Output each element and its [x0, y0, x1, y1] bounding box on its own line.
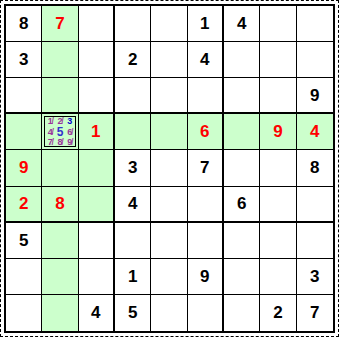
entered-digit: 8 [55, 195, 64, 212]
cell-r6c5[interactable] [151, 187, 187, 223]
cell-r8c1[interactable] [6, 259, 42, 295]
cell-r2c7[interactable] [224, 42, 260, 78]
cell-r9c2[interactable] [42, 295, 78, 331]
cell-r3c6[interactable] [188, 78, 224, 114]
cell-r7c6[interactable] [188, 223, 224, 259]
cell-r4c2[interactable]: 1̸2̸34̸56̸7̸8̸9̸ [42, 114, 78, 150]
cell-r7c4[interactable] [115, 223, 151, 259]
entered-digit: 9 [273, 123, 282, 140]
cell-r3c9[interactable]: 9 [297, 78, 333, 114]
candidate-9-eliminated[interactable]: 9̸ [67, 138, 72, 147]
cell-r7c8[interactable] [260, 223, 296, 259]
cell-r7c5[interactable] [151, 223, 187, 259]
cell-r5c2[interactable] [42, 150, 78, 186]
entered-digit: 1 [91, 123, 100, 140]
cell-r9c4[interactable]: 5 [115, 295, 151, 331]
given-digit: 4 [91, 304, 100, 321]
given-digit: 8 [310, 159, 319, 176]
cell-r9c9[interactable]: 7 [297, 295, 333, 331]
candidate-7-eliminated[interactable]: 7̸ [48, 138, 53, 147]
given-digit: 5 [19, 232, 28, 249]
candidate-8-eliminated[interactable]: 8̸ [57, 138, 62, 147]
cell-r1c2[interactable]: 7 [42, 6, 78, 42]
cell-r8c7[interactable] [224, 259, 260, 295]
given-digit: 4 [200, 51, 209, 68]
cell-r1c5[interactable] [151, 6, 187, 42]
cell-r4c4[interactable] [115, 114, 151, 150]
cell-r7c7[interactable] [224, 223, 260, 259]
given-digit: 1 [200, 15, 209, 32]
cell-r8c6[interactable]: 9 [188, 259, 224, 295]
cell-r6c8[interactable] [260, 187, 296, 223]
given-digit: 9 [310, 87, 319, 104]
given-digit: 5 [128, 304, 137, 321]
cell-r1c8[interactable] [260, 6, 296, 42]
cell-r4c5[interactable] [151, 114, 187, 150]
cell-r7c9[interactable] [297, 223, 333, 259]
given-digit: 6 [237, 195, 246, 212]
given-digit: 4 [237, 15, 246, 32]
cell-r3c3[interactable] [79, 78, 115, 114]
cell-r9c8[interactable]: 2 [260, 295, 296, 331]
given-digit: 3 [128, 159, 137, 176]
given-digit: 2 [128, 51, 137, 68]
candidate-3[interactable]: 3 [67, 117, 72, 126]
cell-r9c3[interactable]: 4 [79, 295, 115, 331]
given-digit: 7 [310, 304, 319, 321]
entered-digit: 6 [200, 123, 209, 140]
given-digit: 3 [19, 51, 28, 68]
candidate-6-eliminated[interactable]: 6̸ [67, 128, 72, 137]
cell-r3c1[interactable] [6, 78, 42, 114]
entered-digit: 9 [19, 159, 28, 176]
given-digit: 7 [200, 159, 209, 176]
cell-r1c3[interactable] [79, 6, 115, 42]
cell-r4c9[interactable]: 4 [297, 114, 333, 150]
cell-r8c4[interactable]: 1 [115, 259, 151, 295]
cell-r4c3[interactable]: 1 [79, 114, 115, 150]
cell-r2c2[interactable] [42, 42, 78, 78]
cell-r8c5[interactable] [151, 259, 187, 295]
cell-r4c7[interactable] [224, 114, 260, 150]
cell-r4c8[interactable]: 9 [260, 114, 296, 150]
cell-r2c4[interactable]: 2 [115, 42, 151, 78]
entered-digit: 2 [19, 195, 28, 212]
cell-r7c1[interactable]: 5 [6, 223, 42, 259]
cell-r1c9[interactable] [297, 6, 333, 42]
cell-r3c5[interactable] [151, 78, 187, 114]
cell-r3c8[interactable] [260, 78, 296, 114]
cell-r7c2[interactable] [42, 223, 78, 259]
cell-r6c3[interactable] [79, 187, 115, 223]
given-digit: 9 [200, 268, 209, 285]
sudoku-board: 871432491̸2̸34̸56̸7̸8̸9̸1694937828465193… [0, 0, 339, 337]
given-digit: 3 [310, 268, 319, 285]
cell-r9c6[interactable] [188, 295, 224, 331]
entered-digit: 4 [310, 123, 319, 140]
cell-r9c1[interactable] [6, 295, 42, 331]
cell-r6c4[interactable]: 4 [115, 187, 151, 223]
cell-r6c9[interactable] [297, 187, 333, 223]
cell-r6c1[interactable]: 2 [6, 187, 42, 223]
cell-r5c5[interactable] [151, 150, 187, 186]
cell-r6c6[interactable] [188, 187, 224, 223]
cell-r9c7[interactable] [224, 295, 260, 331]
candidate-4-eliminated[interactable]: 4̸ [48, 128, 53, 137]
cell-r3c4[interactable] [115, 78, 151, 114]
cell-r5c3[interactable] [79, 150, 115, 186]
entered-digit: 7 [55, 15, 64, 32]
cell-r2c6[interactable]: 4 [188, 42, 224, 78]
cell-r9c5[interactable] [151, 295, 187, 331]
cell-r8c9[interactable]: 3 [297, 259, 333, 295]
cell-r7c3[interactable] [79, 223, 115, 259]
cell-r2c3[interactable] [79, 42, 115, 78]
given-digit: 2 [273, 304, 282, 321]
cell-r3c2[interactable] [42, 78, 78, 114]
cell-r8c8[interactable] [260, 259, 296, 295]
cell-r5c4[interactable]: 3 [115, 150, 151, 186]
cell-r1c6[interactable]: 1 [188, 6, 224, 42]
cell-r6c2[interactable]: 8 [42, 187, 78, 223]
cell-r2c9[interactable] [297, 42, 333, 78]
cell-r8c3[interactable] [79, 259, 115, 295]
cell-r4c6[interactable]: 6 [188, 114, 224, 150]
given-digit: 8 [19, 15, 28, 32]
cell-r4c1[interactable] [6, 114, 42, 150]
cell-r1c4[interactable] [115, 6, 151, 42]
candidate-1-eliminated[interactable]: 1̸ [48, 117, 53, 126]
cell-r3c7[interactable] [224, 78, 260, 114]
cell-r1c7[interactable]: 4 [224, 6, 260, 42]
cell-r5c1[interactable]: 9 [6, 150, 42, 186]
cell-r5c6[interactable]: 7 [188, 150, 224, 186]
cell-r2c5[interactable] [151, 42, 187, 78]
given-digit: 1 [128, 268, 137, 285]
cell-r1c1[interactable]: 8 [6, 6, 42, 42]
pencil-marks-box: 1̸2̸34̸56̸7̸8̸9̸ [44, 116, 75, 147]
cell-r8c2[interactable] [42, 259, 78, 295]
cell-r6c7[interactable]: 6 [224, 187, 260, 223]
cell-r2c8[interactable] [260, 42, 296, 78]
cell-r5c7[interactable] [224, 150, 260, 186]
cell-r5c8[interactable] [260, 150, 296, 186]
cell-r2c1[interactable]: 3 [6, 42, 42, 78]
cell-r5c9[interactable]: 8 [297, 150, 333, 186]
given-digit: 4 [128, 195, 137, 212]
sudoku-grid: 871432491̸2̸34̸56̸7̸8̸9̸1694937828465193… [4, 4, 335, 333]
